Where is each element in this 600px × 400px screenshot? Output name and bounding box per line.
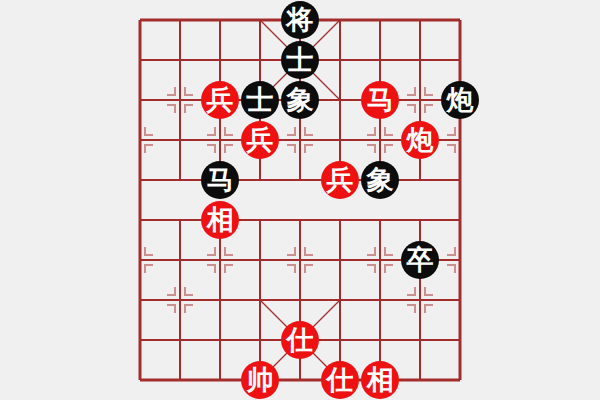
- black-advisor[interactable]: 士: [281, 41, 319, 79]
- black-advisor[interactable]: 士: [241, 81, 279, 119]
- red-elephant[interactable]: 相: [361, 361, 399, 399]
- red-advisor[interactable]: 仕: [321, 361, 359, 399]
- red-cannon[interactable]: 炮: [401, 121, 439, 159]
- red-horse[interactable]: 马: [361, 81, 399, 119]
- red-pawn[interactable]: 兵: [201, 81, 239, 119]
- xiangqi-board[interactable]: 将士士象炮兵马兵炮马兵象相卒仕帅仕相: [120, 0, 480, 400]
- red-pawn[interactable]: 兵: [241, 121, 279, 159]
- black-general[interactable]: 将: [281, 1, 319, 39]
- red-general[interactable]: 帅: [241, 361, 279, 399]
- black-pawn[interactable]: 卒: [401, 241, 439, 279]
- black-elephant[interactable]: 象: [361, 161, 399, 199]
- xiangqi-app-canvas: 将士士象炮兵马兵炮马兵象相卒仕帅仕相: [0, 0, 600, 400]
- black-horse[interactable]: 马: [201, 161, 239, 199]
- red-advisor[interactable]: 仕: [281, 321, 319, 359]
- black-elephant[interactable]: 象: [281, 81, 319, 119]
- red-pawn[interactable]: 兵: [321, 161, 359, 199]
- black-cannon[interactable]: 炮: [441, 81, 479, 119]
- red-elephant[interactable]: 相: [201, 201, 239, 239]
